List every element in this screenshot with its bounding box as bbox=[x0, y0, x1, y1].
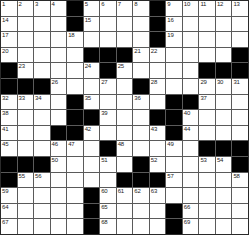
cell-r12c7[interactable] bbox=[100, 173, 116, 188]
cell-r10c10[interactable] bbox=[150, 141, 166, 156]
cell-r11c5[interactable] bbox=[67, 157, 83, 172]
cell-r1c12[interactable]: 10 bbox=[183, 1, 199, 16]
cell-r1c14[interactable]: 12 bbox=[216, 1, 232, 16]
cell-r5c12[interactable] bbox=[183, 63, 199, 78]
cell-r3c2[interactable] bbox=[18, 32, 34, 47]
cell-r2c12[interactable] bbox=[183, 17, 199, 32]
cell-r5c8[interactable]: 25 bbox=[117, 63, 133, 78]
clue-number: 50 bbox=[52, 157, 58, 164]
cell-r15c12[interactable]: 69 bbox=[183, 219, 199, 234]
clue-number: 47 bbox=[68, 141, 74, 148]
cell-r4c14[interactable] bbox=[216, 48, 232, 63]
cell-r7c10[interactable] bbox=[150, 95, 166, 110]
cell-r10c9[interactable] bbox=[133, 141, 149, 156]
cell-r5c5[interactable] bbox=[67, 63, 83, 78]
clue-number: 45 bbox=[2, 141, 8, 148]
clue-number: 14 bbox=[2, 17, 8, 24]
cell-r6c9 bbox=[133, 79, 149, 94]
cell-r11c3 bbox=[34, 157, 50, 172]
clue-number: 4 bbox=[52, 1, 55, 8]
cell-r5c15 bbox=[232, 63, 248, 78]
cell-r10c7 bbox=[100, 141, 116, 156]
clue-number: 27 bbox=[101, 79, 107, 86]
cell-r8c13[interactable] bbox=[199, 110, 215, 125]
clue-number: 3 bbox=[35, 1, 38, 8]
clue-number: 52 bbox=[151, 157, 157, 164]
cell-r12c4[interactable] bbox=[51, 173, 67, 188]
cell-r9c2[interactable] bbox=[18, 126, 34, 141]
cell-r11c1 bbox=[1, 157, 17, 172]
cell-r1c8[interactable]: 7 bbox=[117, 1, 133, 16]
cell-r15c14[interactable] bbox=[216, 219, 232, 234]
cell-r9c12[interactable]: 44 bbox=[183, 126, 199, 141]
clue-number: 25 bbox=[118, 63, 124, 70]
clue-number: 32 bbox=[2, 95, 8, 102]
clue-number: 19 bbox=[167, 32, 173, 39]
cell-r4c2[interactable] bbox=[18, 48, 34, 63]
cell-r8c8[interactable] bbox=[117, 110, 133, 125]
cell-r15c10[interactable] bbox=[150, 219, 166, 234]
clue-number: 68 bbox=[101, 219, 107, 226]
cell-r4c9[interactable]: 21 bbox=[133, 48, 149, 63]
clue-number: 35 bbox=[85, 95, 91, 102]
cell-r3c4[interactable] bbox=[51, 32, 67, 47]
clue-number: 51 bbox=[101, 157, 107, 164]
cell-r1c5 bbox=[67, 1, 83, 16]
cell-r8c7[interactable]: 39 bbox=[100, 110, 116, 125]
cell-r15c7[interactable]: 68 bbox=[100, 219, 116, 234]
cell-r6c6[interactable] bbox=[84, 79, 100, 94]
cell-r4c10[interactable]: 22 bbox=[150, 48, 166, 63]
clue-number: 29 bbox=[200, 79, 206, 86]
cell-r11c7[interactable]: 51 bbox=[100, 157, 116, 172]
cell-r8c6 bbox=[84, 110, 100, 125]
cell-r10c4[interactable]: 46 bbox=[51, 141, 67, 156]
cell-r2c1[interactable]: 14 bbox=[1, 17, 17, 32]
cell-r9c1[interactable]: 41 bbox=[1, 126, 17, 141]
clue-number: 57 bbox=[167, 173, 173, 180]
cell-r3c8[interactable] bbox=[117, 32, 133, 47]
cell-r3c5[interactable]: 18 bbox=[67, 32, 83, 47]
cell-r14c15[interactable] bbox=[232, 204, 248, 219]
clue-number: 42 bbox=[85, 126, 91, 133]
cell-r9c7[interactable] bbox=[100, 126, 116, 141]
cell-r4c8 bbox=[117, 48, 133, 63]
cell-r5c2[interactable]: 23 bbox=[18, 63, 34, 78]
clue-number: 48 bbox=[118, 141, 124, 148]
cell-r1c11[interactable]: 9 bbox=[166, 1, 182, 16]
cell-r1c4[interactable]: 4 bbox=[51, 1, 67, 16]
cell-r13c14[interactable] bbox=[216, 188, 232, 203]
cell-r6c12[interactable] bbox=[183, 79, 199, 94]
cell-r14c7[interactable]: 65 bbox=[100, 204, 116, 219]
cell-r11c2 bbox=[18, 157, 34, 172]
cell-r14c6 bbox=[84, 204, 100, 219]
cell-r12c15[interactable]: 58 bbox=[232, 173, 248, 188]
cell-r7c7[interactable] bbox=[100, 95, 116, 110]
cell-r6c7[interactable]: 27 bbox=[100, 79, 116, 94]
cell-r2c15[interactable] bbox=[232, 17, 248, 32]
cell-r6c3 bbox=[34, 79, 50, 94]
cell-r4c6 bbox=[84, 48, 100, 63]
cell-r7c13[interactable]: 37 bbox=[199, 95, 215, 110]
cell-r12c2[interactable]: 55 bbox=[18, 173, 34, 188]
cell-r1c13[interactable]: 11 bbox=[199, 1, 215, 16]
cell-r7c8[interactable] bbox=[117, 95, 133, 110]
cell-r12c9 bbox=[133, 173, 149, 188]
cell-r15c1[interactable]: 67 bbox=[1, 219, 17, 234]
cell-r1c1[interactable]: 1 bbox=[1, 1, 17, 16]
cell-r11c12[interactable] bbox=[183, 157, 199, 172]
cell-r3c1[interactable]: 17 bbox=[1, 32, 17, 47]
cell-r2c3[interactable] bbox=[34, 17, 50, 32]
cell-r9c14[interactable] bbox=[216, 126, 232, 141]
cell-r10c13 bbox=[199, 141, 215, 156]
cell-r8c11 bbox=[166, 110, 182, 125]
clue-number: 40 bbox=[184, 110, 190, 117]
cell-r14c4[interactable] bbox=[51, 204, 67, 219]
clue-number: 10 bbox=[184, 1, 190, 8]
cell-r9c11 bbox=[166, 126, 182, 141]
cell-r8c5 bbox=[67, 110, 83, 125]
cell-r8c4[interactable] bbox=[51, 110, 67, 125]
cell-r11c6[interactable] bbox=[84, 157, 100, 172]
clue-number: 26 bbox=[52, 79, 58, 86]
cell-r12c6[interactable] bbox=[84, 173, 100, 188]
clue-number: 18 bbox=[68, 32, 74, 39]
cell-r15c11 bbox=[166, 219, 182, 234]
cell-r13c11[interactable] bbox=[166, 188, 182, 203]
cell-r14c10[interactable] bbox=[150, 204, 166, 219]
cell-r4c1[interactable]: 20 bbox=[1, 48, 17, 63]
cell-r10c5[interactable]: 47 bbox=[67, 141, 83, 156]
cell-r1c10 bbox=[150, 1, 166, 16]
cell-r2c4[interactable] bbox=[51, 17, 67, 32]
cell-r10c14 bbox=[216, 141, 232, 156]
cell-r14c12[interactable]: 66 bbox=[183, 204, 199, 219]
clue-number: 54 bbox=[217, 157, 223, 164]
cell-r13c8[interactable]: 61 bbox=[117, 188, 133, 203]
cell-r1c3[interactable]: 3 bbox=[34, 1, 50, 16]
clue-number: 69 bbox=[184, 219, 190, 226]
cell-r13c10[interactable]: 63 bbox=[150, 188, 166, 203]
cell-r8c1[interactable]: 38 bbox=[1, 110, 17, 125]
cell-r1c6[interactable]: 5 bbox=[84, 1, 100, 16]
clue-number: 34 bbox=[35, 95, 41, 102]
cell-r13c12[interactable] bbox=[183, 188, 199, 203]
cell-r2c11[interactable]: 16 bbox=[166, 17, 182, 32]
cell-r12c5[interactable] bbox=[67, 173, 83, 188]
cell-r8c3[interactable] bbox=[34, 110, 50, 125]
clue-number: 30 bbox=[217, 79, 223, 86]
cell-r1c15[interactable]: 13 bbox=[232, 1, 248, 16]
cell-r11c15 bbox=[232, 157, 248, 172]
clue-number: 8 bbox=[134, 1, 137, 8]
cell-r2c5 bbox=[67, 17, 83, 32]
cell-r8c2[interactable] bbox=[18, 110, 34, 125]
cell-r2c7[interactable] bbox=[100, 17, 116, 32]
cell-r14c13[interactable] bbox=[199, 204, 215, 219]
clue-number: 63 bbox=[151, 188, 157, 195]
cell-r9c10[interactable]: 43 bbox=[150, 126, 166, 141]
clue-number: 9 bbox=[167, 1, 170, 8]
cell-r15c8[interactable] bbox=[117, 219, 133, 234]
cell-r3c3[interactable] bbox=[34, 32, 50, 47]
clue-number: 28 bbox=[151, 79, 157, 86]
clue-number: 7 bbox=[118, 1, 121, 8]
cell-r5c3[interactable] bbox=[34, 63, 50, 78]
clue-number: 59 bbox=[2, 188, 8, 195]
cell-r4c7 bbox=[100, 48, 116, 63]
clue-number: 43 bbox=[151, 126, 157, 133]
cell-r4c3[interactable] bbox=[34, 48, 50, 63]
cell-r5c6[interactable]: 24 bbox=[84, 63, 100, 78]
cell-r3c14[interactable] bbox=[216, 32, 232, 47]
clue-number: 16 bbox=[167, 17, 173, 24]
cell-r13c4[interactable] bbox=[51, 188, 67, 203]
cell-r10c8[interactable]: 48 bbox=[117, 141, 133, 156]
cell-r6c2 bbox=[18, 79, 34, 94]
cell-r7c11 bbox=[166, 95, 182, 110]
clue-number: 23 bbox=[19, 63, 25, 70]
cell-r13c5[interactable] bbox=[67, 188, 83, 203]
clue-number: 13 bbox=[233, 1, 239, 8]
cell-r7c6[interactable]: 35 bbox=[84, 95, 100, 110]
cell-r5c4[interactable] bbox=[51, 63, 67, 78]
crossword-grid: 1234567891011121314151617181920212223242… bbox=[0, 0, 249, 235]
cell-r5c14 bbox=[216, 63, 232, 78]
cell-r13c9[interactable]: 62 bbox=[133, 188, 149, 203]
cell-r3c13[interactable] bbox=[199, 32, 215, 47]
cell-r6c13[interactable]: 29 bbox=[199, 79, 215, 94]
cell-r12c1 bbox=[1, 173, 17, 188]
cell-r13c1[interactable]: 59 bbox=[1, 188, 17, 203]
clue-number: 66 bbox=[184, 204, 190, 211]
cell-r12c11[interactable]: 57 bbox=[166, 173, 182, 188]
cell-r15c5[interactable] bbox=[67, 219, 83, 234]
cell-r15c6 bbox=[84, 219, 100, 234]
cell-r9c8[interactable] bbox=[117, 126, 133, 141]
cell-r8c14[interactable] bbox=[216, 110, 232, 125]
cell-r11c14[interactable]: 54 bbox=[216, 157, 232, 172]
cell-r13c6 bbox=[84, 188, 100, 203]
cell-r4c4[interactable] bbox=[51, 48, 67, 63]
cell-r10c1[interactable]: 45 bbox=[1, 141, 17, 156]
cell-r4c15 bbox=[232, 48, 248, 63]
clue-number: 31 bbox=[233, 79, 239, 86]
cell-r7c1[interactable]: 32 bbox=[1, 95, 17, 110]
cell-r14c14[interactable] bbox=[216, 204, 232, 219]
cell-r12c12[interactable] bbox=[183, 173, 199, 188]
cell-r6c5[interactable] bbox=[67, 79, 83, 94]
cell-r11c13[interactable]: 53 bbox=[199, 157, 215, 172]
cell-r6c15[interactable]: 31 bbox=[232, 79, 248, 94]
cell-r5c7 bbox=[100, 63, 116, 78]
cell-r13c13[interactable] bbox=[199, 188, 215, 203]
cell-r2c8[interactable] bbox=[117, 17, 133, 32]
clue-number: 58 bbox=[233, 173, 239, 180]
cell-r12c10 bbox=[150, 173, 166, 188]
cell-r10c11[interactable]: 49 bbox=[166, 141, 182, 156]
cell-r4c11[interactable] bbox=[166, 48, 182, 63]
cell-r10c12[interactable] bbox=[183, 141, 199, 156]
cell-r4c12[interactable] bbox=[183, 48, 199, 63]
cell-r10c6[interactable] bbox=[84, 141, 100, 156]
cell-r7c2[interactable]: 33 bbox=[18, 95, 34, 110]
cell-r3c12[interactable] bbox=[183, 32, 199, 47]
clue-number: 22 bbox=[151, 48, 157, 55]
clue-number: 44 bbox=[184, 126, 190, 133]
cell-r3c15[interactable] bbox=[232, 32, 248, 47]
cell-r1c7[interactable]: 6 bbox=[100, 1, 116, 16]
cell-r4c5[interactable] bbox=[67, 48, 83, 63]
cell-r11c9 bbox=[133, 157, 149, 172]
clue-number: 24 bbox=[85, 63, 91, 70]
cell-r3c9[interactable] bbox=[133, 32, 149, 47]
clue-number: 20 bbox=[2, 48, 8, 55]
clue-number: 11 bbox=[200, 1, 206, 8]
cell-r12c14[interactable] bbox=[216, 173, 232, 188]
cell-r7c5 bbox=[67, 95, 83, 110]
clue-number: 2 bbox=[19, 1, 22, 8]
cell-r13c2[interactable] bbox=[18, 188, 34, 203]
clue-number: 56 bbox=[35, 173, 41, 180]
cell-r7c9[interactable]: 36 bbox=[133, 95, 149, 110]
cell-r7c15[interactable] bbox=[232, 95, 248, 110]
cell-r7c12 bbox=[183, 95, 199, 110]
cell-r11c10[interactable]: 52 bbox=[150, 157, 166, 172]
clue-number: 55 bbox=[19, 173, 25, 180]
cell-r1c9[interactable]: 8 bbox=[133, 1, 149, 16]
clue-number: 49 bbox=[167, 141, 173, 148]
cell-r9c5 bbox=[67, 126, 83, 141]
clue-number: 60 bbox=[101, 188, 107, 195]
cell-r2c14[interactable] bbox=[216, 17, 232, 32]
cell-r14c11 bbox=[166, 204, 182, 219]
cell-r12c8 bbox=[117, 173, 133, 188]
cell-r5c11[interactable] bbox=[166, 63, 182, 78]
cell-r14c8[interactable] bbox=[117, 204, 133, 219]
cell-r12c3[interactable]: 56 bbox=[34, 173, 50, 188]
cell-r6c1 bbox=[1, 79, 17, 94]
cell-r2c13[interactable] bbox=[199, 17, 215, 32]
cell-r14c9[interactable] bbox=[133, 204, 149, 219]
cell-r14c2[interactable] bbox=[18, 204, 34, 219]
cell-r3c11[interactable]: 19 bbox=[166, 32, 182, 47]
cell-r5c9[interactable] bbox=[133, 63, 149, 78]
cell-r13c3[interactable] bbox=[34, 188, 50, 203]
cell-r9c9[interactable] bbox=[133, 126, 149, 141]
clue-number: 33 bbox=[19, 95, 25, 102]
clue-number: 46 bbox=[52, 141, 58, 148]
cell-r10c15 bbox=[232, 141, 248, 156]
cell-r2c10 bbox=[150, 17, 166, 32]
cell-r14c3[interactable] bbox=[34, 204, 50, 219]
cell-r5c1 bbox=[1, 63, 17, 78]
cell-r10c2[interactable] bbox=[18, 141, 34, 156]
clue-number: 41 bbox=[2, 126, 8, 133]
cell-r3c7[interactable] bbox=[100, 32, 116, 47]
cell-r7c3[interactable]: 34 bbox=[34, 95, 50, 110]
cell-r6c8[interactable] bbox=[117, 79, 133, 94]
cell-r1c2[interactable]: 2 bbox=[18, 1, 34, 16]
cell-r6c14[interactable]: 30 bbox=[216, 79, 232, 94]
cell-r9c3[interactable] bbox=[34, 126, 50, 141]
cell-r13c15[interactable] bbox=[232, 188, 248, 203]
clue-number: 37 bbox=[200, 95, 206, 102]
cell-r15c2[interactable] bbox=[18, 219, 34, 234]
cell-r4c13[interactable] bbox=[199, 48, 215, 63]
cell-r14c1[interactable]: 64 bbox=[1, 204, 17, 219]
clue-number: 1 bbox=[2, 1, 5, 8]
cell-r2c9[interactable] bbox=[133, 17, 149, 32]
cell-r5c13 bbox=[199, 63, 215, 78]
cell-r9c4 bbox=[51, 126, 67, 141]
cell-r8c9[interactable] bbox=[133, 110, 149, 125]
clue-number: 6 bbox=[101, 1, 104, 8]
clue-number: 53 bbox=[200, 157, 206, 164]
cell-r3c6[interactable] bbox=[84, 32, 100, 47]
clue-number: 62 bbox=[134, 188, 140, 195]
cell-r8c12[interactable]: 40 bbox=[183, 110, 199, 125]
cell-r2c2[interactable] bbox=[18, 17, 34, 32]
cell-r7c4[interactable] bbox=[51, 95, 67, 110]
cell-r11c8[interactable] bbox=[117, 157, 133, 172]
cell-r7c14[interactable] bbox=[216, 95, 232, 110]
clue-number: 21 bbox=[134, 48, 140, 55]
clue-number: 12 bbox=[217, 1, 223, 8]
clue-number: 17 bbox=[2, 32, 8, 39]
cell-r6c4[interactable]: 26 bbox=[51, 79, 67, 94]
cell-r11c11[interactable] bbox=[166, 157, 182, 172]
cell-r11c4[interactable]: 50 bbox=[51, 157, 67, 172]
cell-r10c3[interactable] bbox=[34, 141, 50, 156]
cell-r3c10 bbox=[150, 32, 166, 47]
cell-r8c10 bbox=[150, 110, 166, 125]
clue-number: 15 bbox=[85, 17, 91, 24]
cell-r15c3[interactable] bbox=[34, 219, 50, 234]
cell-r9c6[interactable]: 42 bbox=[84, 126, 100, 141]
cell-r8c15[interactable] bbox=[232, 110, 248, 125]
cell-r15c9[interactable] bbox=[133, 219, 149, 234]
clue-number: 64 bbox=[2, 204, 8, 211]
cell-r13c7[interactable]: 60 bbox=[100, 188, 116, 203]
clue-number: 36 bbox=[134, 95, 140, 102]
clue-number: 5 bbox=[85, 1, 88, 8]
clue-number: 38 bbox=[2, 110, 8, 117]
clue-number: 65 bbox=[101, 204, 107, 211]
clue-number: 39 bbox=[101, 110, 107, 117]
clue-number: 67 bbox=[2, 219, 8, 226]
cell-r15c15[interactable] bbox=[232, 219, 248, 234]
cell-r5c10[interactable] bbox=[150, 63, 166, 78]
cell-r12c13[interactable] bbox=[199, 173, 215, 188]
cell-r2c6[interactable]: 15 bbox=[84, 17, 100, 32]
cell-r9c13[interactable] bbox=[199, 126, 215, 141]
clue-number: 61 bbox=[118, 188, 124, 195]
cell-r9c15[interactable] bbox=[232, 126, 248, 141]
cell-r6c10[interactable]: 28 bbox=[150, 79, 166, 94]
cell-r14c5[interactable] bbox=[67, 204, 83, 219]
cell-r15c13[interactable] bbox=[199, 219, 215, 234]
cell-r6c11[interactable] bbox=[166, 79, 182, 94]
cell-r15c4[interactable] bbox=[51, 219, 67, 234]
